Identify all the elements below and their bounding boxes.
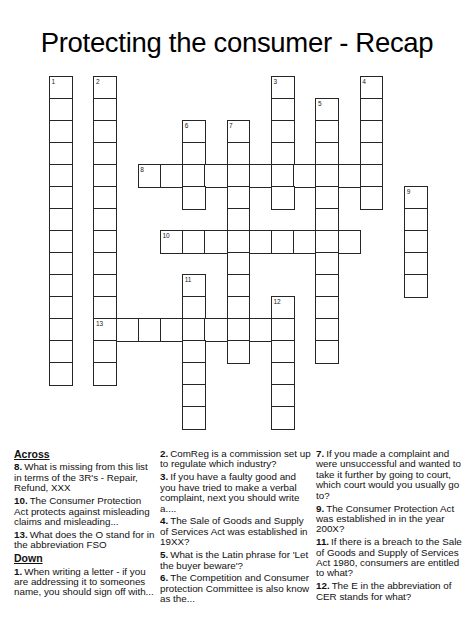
cell-r11c9[interactable]: [249, 318, 273, 342]
clue-down-11-text: If there is a breach to the Sale of Good…: [316, 536, 462, 578]
cell-r4c0[interactable]: [49, 164, 73, 188]
cell-r5c10[interactable]: [271, 186, 295, 210]
cell-r4c11[interactable]: [293, 164, 317, 188]
cell-r3c6[interactable]: [182, 142, 206, 166]
clue-across-8-number: 8.: [14, 461, 22, 472]
cell-r4c12[interactable]: [315, 164, 339, 188]
clue-number-10: 10: [163, 232, 170, 239]
cell-r10c10[interactable]: 12: [271, 296, 295, 320]
cell-r12c12[interactable]: [315, 340, 339, 364]
cell-r8c0[interactable]: [49, 252, 73, 276]
cell-r9c0[interactable]: [49, 274, 73, 298]
cell-r15c6[interactable]: [182, 406, 206, 430]
cell-r6c8[interactable]: [227, 208, 251, 232]
cell-r12c2[interactable]: [93, 340, 117, 364]
cell-r6c0[interactable]: [49, 208, 73, 232]
cell-r2c6[interactable]: 6: [182, 120, 206, 144]
clue-across-13-number: 13.: [14, 529, 28, 540]
cell-r3c12[interactable]: [315, 142, 339, 166]
clue-down-5: 5.What is the Latin phrase for 'Let the …: [160, 550, 313, 571]
clue-number-3: 3: [274, 78, 278, 85]
cell-r4c8[interactable]: [227, 164, 251, 188]
clue-number-2: 2: [96, 78, 100, 85]
cell-r5c0[interactable]: [49, 186, 73, 210]
clue-down-12: 12.The E in the abbreviation of CER stan…: [316, 581, 467, 602]
cell-r8c16[interactable]: [404, 252, 428, 276]
clue-across-10: 10.The Consumer Protection Act protects …: [14, 496, 157, 527]
clue-down-6: 6.The Competition and Consumer protectio…: [160, 573, 313, 604]
cell-r11c6[interactable]: [182, 318, 206, 342]
cell-r2c2[interactable]: [93, 120, 117, 144]
cell-r11c2[interactable]: 13: [93, 318, 117, 342]
clue-down-9: 9.The Consumer Protection Act was establ…: [316, 504, 467, 535]
cell-r10c8[interactable]: [227, 296, 251, 320]
clue-down-2-text: ComReg is a commission set up to regulat…: [160, 448, 311, 469]
cell-r6c12[interactable]: [315, 208, 339, 232]
cell-r11c5[interactable]: [160, 318, 184, 342]
cell-r2c14[interactable]: [360, 120, 384, 144]
cell-r8c12[interactable]: [315, 252, 339, 276]
cell-r13c10[interactable]: [271, 362, 295, 386]
clue-number-4: 4: [362, 78, 366, 85]
cell-r7c0[interactable]: [49, 230, 73, 254]
cell-r13c2[interactable]: [93, 362, 117, 386]
cell-r9c6[interactable]: 11: [182, 274, 206, 298]
cell-r11c7[interactable]: [204, 318, 228, 342]
cell-r7c9[interactable]: [249, 230, 273, 254]
cell-r6c2[interactable]: [93, 208, 117, 232]
cell-r7c11[interactable]: [293, 230, 317, 254]
cell-r7c6[interactable]: [182, 230, 206, 254]
cell-r4c5[interactable]: [160, 164, 184, 188]
cell-r1c2[interactable]: [93, 98, 117, 122]
clue-down-4-number: 4.: [160, 515, 168, 526]
cell-r11c4[interactable]: [138, 318, 162, 342]
cell-r2c8[interactable]: 7: [227, 120, 251, 144]
cell-r11c8[interactable]: [227, 318, 251, 342]
cell-r7c10[interactable]: [271, 230, 295, 254]
cell-r9c16[interactable]: [404, 274, 428, 298]
cell-r3c2[interactable]: [93, 142, 117, 166]
cell-r15c10[interactable]: [271, 406, 295, 430]
cell-r9c12[interactable]: [315, 274, 339, 298]
clue-down-3-text: If you have a faulty good and you have t…: [160, 471, 299, 513]
cell-r7c2[interactable]: [93, 230, 117, 254]
cell-r14c6[interactable]: [182, 384, 206, 408]
crossword-board: 12345678910111213: [49, 76, 428, 430]
cell-r10c6[interactable]: [182, 296, 206, 320]
cell-r3c14[interactable]: [360, 142, 384, 166]
across-header: Across: [14, 449, 157, 459]
cell-r13c0[interactable]: [49, 362, 73, 386]
cell-r7c5[interactable]: 10: [160, 230, 184, 254]
clue-across-8-text: What is missing from this list in terms …: [14, 461, 148, 493]
cell-r9c2[interactable]: [93, 274, 117, 298]
cell-r12c6[interactable]: [182, 340, 206, 364]
cell-r0c0[interactable]: 1: [49, 76, 73, 100]
cell-r0c10[interactable]: 3: [271, 76, 295, 100]
cell-r1c10[interactable]: [271, 98, 295, 122]
clue-number-11: 11: [185, 276, 192, 283]
clue-number-1: 1: [52, 78, 56, 85]
clue-down-1-number: 1.: [14, 566, 22, 577]
clue-across-10-number: 10.: [14, 495, 28, 506]
cell-r4c10[interactable]: [271, 164, 295, 188]
clue-down-3: 3.If you have a faulty good and you have…: [160, 472, 313, 514]
cell-r1c14[interactable]: [360, 98, 384, 122]
crossword-page: Protecting the consumer - Recap 12345678…: [0, 0, 474, 629]
cell-r10c12[interactable]: [315, 296, 339, 320]
cell-r7c8[interactable]: [227, 230, 251, 254]
cell-r7c12[interactable]: [315, 230, 339, 254]
cell-r4c14[interactable]: [360, 164, 384, 188]
clue-down-7-text: If you made a complaint and were unsucce…: [316, 448, 461, 501]
cell-r1c12[interactable]: 5: [315, 98, 339, 122]
clue-down-6-number: 6.: [160, 572, 168, 583]
cell-r3c0[interactable]: [49, 142, 73, 166]
clue-number-7: 7: [229, 122, 233, 129]
cell-r5c6[interactable]: [182, 186, 206, 210]
cell-r12c8[interactable]: [227, 340, 251, 364]
clue-number-12: 12: [274, 298, 281, 305]
cell-r11c10[interactable]: [271, 318, 295, 342]
cell-r12c10[interactable]: [271, 340, 295, 364]
clue-down-5-text: What is the Latin phrase for 'Let the bu…: [160, 549, 308, 570]
cell-r4c2[interactable]: [93, 164, 117, 188]
cell-r4c6[interactable]: [182, 164, 206, 188]
cell-r14c10[interactable]: [271, 384, 295, 408]
cell-r8c2[interactable]: [93, 252, 117, 276]
cell-r11c3[interactable]: [116, 318, 140, 342]
clue-down-12-number: 12.: [316, 580, 330, 591]
clue-down-2: 2.ComReg is a commission set up to regul…: [160, 449, 313, 470]
clue-down-5-number: 5.: [160, 549, 168, 560]
down-header: Down: [14, 553, 157, 563]
clues-column-1: Across 8.What is missing from this list …: [14, 449, 157, 600]
cell-r1c0[interactable]: [49, 98, 73, 122]
cell-r7c7[interactable]: [204, 230, 228, 254]
cell-r8c8[interactable]: [227, 252, 251, 276]
cell-r9c8[interactable]: [227, 274, 251, 298]
clue-across-8: 8.What is missing from this list in term…: [14, 462, 157, 493]
clue-across-13: 13.What does the O stand for in the abbr…: [14, 530, 157, 551]
cell-r2c12[interactable]: [315, 120, 339, 144]
clue-number-6: 6: [185, 122, 189, 129]
clue-down-3-number: 3.: [160, 471, 168, 482]
clues-column-3: 7.If you made a complaint and were unsuc…: [316, 449, 467, 605]
cell-r2c0[interactable]: [49, 120, 73, 144]
cell-r10c2[interactable]: [93, 296, 117, 320]
clue-down-12-text: The E in the abbreviation of CER stands …: [316, 580, 451, 601]
clues-column-2: 2.ComReg is a commission set up to regul…: [160, 449, 313, 607]
cell-r5c2[interactable]: [93, 186, 117, 210]
clue-number-9: 9: [407, 188, 411, 195]
cell-r3c8[interactable]: [227, 142, 251, 166]
clue-down-9-text: The Consumer Protection Act was establis…: [316, 503, 454, 535]
cell-r2c10[interactable]: [271, 120, 295, 144]
page-title: Protecting the consumer - Recap: [0, 26, 474, 60]
cell-r7c16[interactable]: [404, 230, 428, 254]
clue-down-9-number: 9.: [316, 503, 324, 514]
cell-r5c8[interactable]: [227, 186, 251, 210]
cell-r6c16[interactable]: [404, 208, 428, 232]
cell-r4c7[interactable]: [204, 164, 228, 188]
cell-r5c16[interactable]: 9: [404, 186, 428, 210]
cell-r11c0[interactable]: [49, 318, 73, 342]
clue-across-13-text: What does the O stand for in the abbrevi…: [14, 529, 154, 550]
clue-number-5: 5: [318, 100, 322, 107]
cell-r4c13[interactable]: [338, 164, 362, 188]
clue-down-6-text: The Competition and Consumer protection …: [160, 572, 309, 604]
clue-down-11-number: 11.: [316, 536, 329, 547]
cell-r3c10[interactable]: [271, 142, 295, 166]
clue-down-1: 1.When writing a letter - if you are add…: [14, 567, 157, 598]
clue-down-11: 11.If there is a breach to the Sale of G…: [316, 537, 467, 579]
cell-r5c12[interactable]: [315, 186, 339, 210]
clue-down-4-text: The Sale of Goods and Supply of Services…: [160, 515, 308, 547]
cell-r12c0[interactable]: [49, 340, 73, 364]
clue-number-8: 8: [140, 166, 144, 173]
cell-r4c9[interactable]: [249, 164, 273, 188]
clue-down-2-number: 2.: [160, 448, 168, 459]
cell-r5c14[interactable]: [360, 186, 384, 210]
clue-down-7: 7.If you made a complaint and were unsuc…: [316, 449, 467, 501]
clue-down-1-text: When writing a letter - if you are addre…: [14, 566, 154, 598]
cell-r10c0[interactable]: [49, 296, 73, 320]
clue-number-13: 13: [96, 320, 103, 327]
cell-r13c6[interactable]: [182, 362, 206, 386]
cell-r0c2[interactable]: 2: [93, 76, 117, 100]
cell-r7c13[interactable]: [338, 230, 362, 254]
clue-down-4: 4.The Sale of Goods and Supply of Servic…: [160, 516, 313, 547]
clue-across-10-text: The Consumer Protection Act protects aga…: [14, 495, 150, 527]
cell-r11c12[interactable]: [315, 318, 339, 342]
clue-down-7-number: 7.: [316, 448, 324, 459]
cell-r4c4[interactable]: 8: [138, 164, 162, 188]
cell-r0c14[interactable]: 4: [360, 76, 384, 100]
